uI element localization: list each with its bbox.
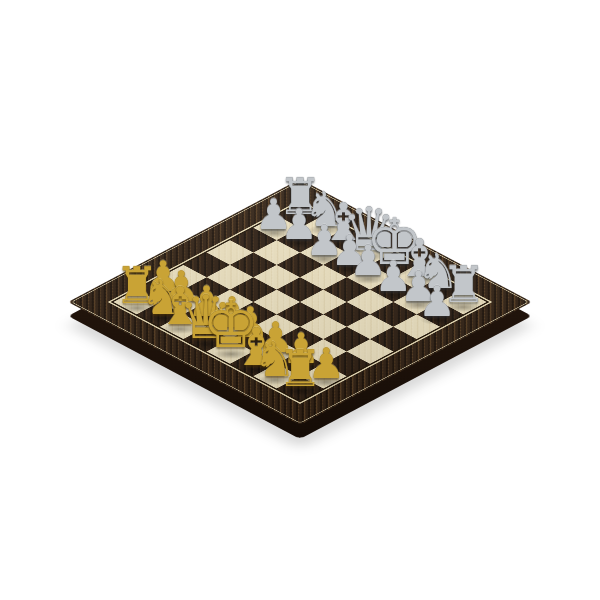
chess-set-photo-scene: ♜♞♝♛♚♝♞♜♟♟♟♟♟♟♟♟♟♟♟♟♟♟♟♟♜♞♝♛♚♝♞♜ xyxy=(0,0,600,600)
chess-board xyxy=(68,179,532,425)
